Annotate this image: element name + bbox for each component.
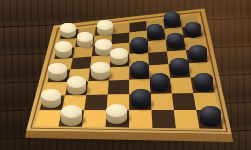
- black-checker[interactable]: [189, 45, 207, 62]
- black-checker[interactable]: [194, 73, 213, 92]
- white-checker[interactable]: [97, 20, 113, 36]
- white-checker[interactable]: [77, 32, 93, 48]
- checker-top: [131, 89, 151, 101]
- white-checker[interactable]: [106, 104, 127, 125]
- white-checker[interactable]: [95, 39, 112, 56]
- black-checker[interactable]: [131, 61, 149, 79]
- checker-top: [185, 22, 201, 32]
- white-checker[interactable]: [55, 41, 72, 58]
- black-checker[interactable]: [150, 73, 169, 92]
- checker-top: [170, 58, 188, 69]
- black-checker[interactable]: [131, 89, 151, 109]
- white-checker[interactable]: [60, 23, 76, 39]
- black-checker[interactable]: [131, 37, 148, 54]
- black-checker[interactable]: [147, 24, 163, 40]
- checker-top: [110, 48, 128, 59]
- checker-top: [167, 33, 184, 44]
- checker-top: [150, 73, 169, 85]
- white-checker[interactable]: [61, 105, 82, 126]
- checker-top: [131, 37, 148, 48]
- checker-top: [60, 23, 76, 33]
- black-checker[interactable]: [170, 58, 188, 76]
- checker-top: [41, 89, 61, 101]
- black-checker[interactable]: [164, 12, 180, 28]
- checkers-board: [0, 0, 251, 150]
- white-checker[interactable]: [48, 63, 66, 81]
- white-checker[interactable]: [67, 76, 86, 95]
- table-surface: [0, 0, 251, 150]
- white-checker[interactable]: [41, 89, 61, 109]
- checker-top: [189, 45, 207, 56]
- checker-top: [131, 61, 149, 72]
- black-checker[interactable]: [185, 22, 201, 38]
- checker-top: [77, 32, 93, 42]
- black-checker[interactable]: [167, 33, 184, 50]
- checker-top: [55, 41, 72, 52]
- checker-top: [97, 20, 113, 30]
- black-checker[interactable]: [200, 106, 221, 127]
- checker-top: [95, 39, 112, 50]
- white-checker[interactable]: [91, 62, 109, 80]
- white-checker[interactable]: [110, 48, 128, 65]
